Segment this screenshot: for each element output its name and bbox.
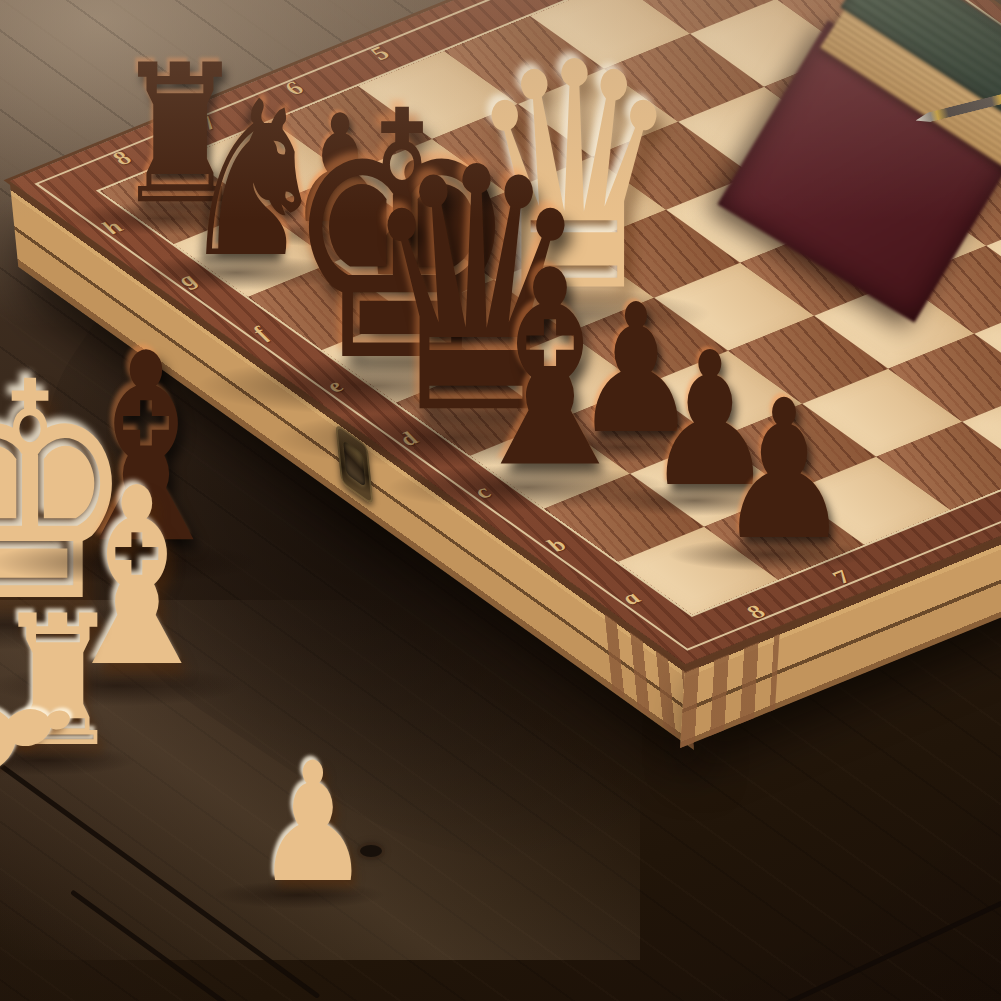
- light-pawn-glyph: ♟: [255, 741, 370, 906]
- dark-pawn-glyph: ♟: [717, 375, 851, 567]
- offboard-light-pawn: ♟: [239, 741, 387, 906]
- product-photo-scene: hgfedcba876587 ♜♟♞♟♛♚♛♟♝♟♟♚♝♝♜♟♟: [0, 0, 1001, 1001]
- chess-pieces-layer: ♜♟♞♟♛♚♛♟♝♟♟♚♝♝♜♟♟: [0, 0, 1001, 1001]
- piece-dark-pawn-a7: ♟: [698, 375, 870, 567]
- light-pawn-glyph: ♟: [0, 662, 99, 800]
- offboard-light-pawn: ♟: [0, 648, 103, 815]
- dark-bishop-glyph: ♝: [456, 235, 645, 505]
